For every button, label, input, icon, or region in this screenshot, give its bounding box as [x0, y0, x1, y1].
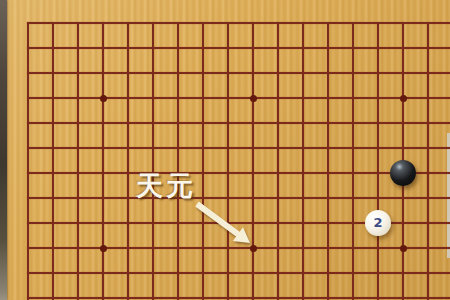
- tengen-arrow-icon: [0, 0, 450, 300]
- go-board-surface[interactable]: 2天元: [0, 0, 450, 300]
